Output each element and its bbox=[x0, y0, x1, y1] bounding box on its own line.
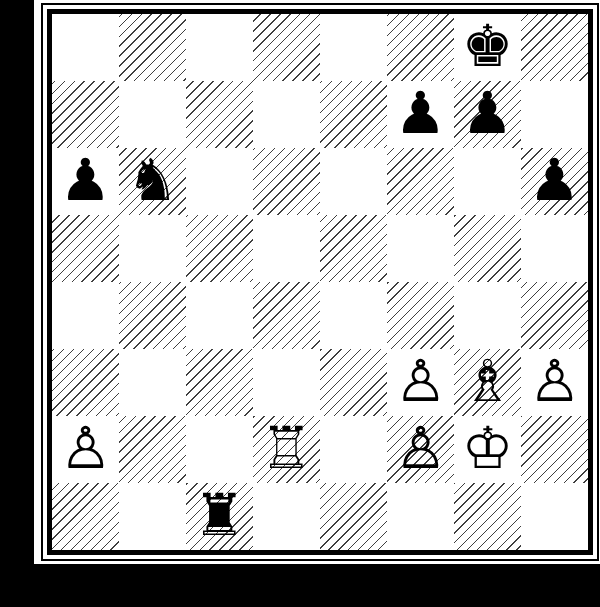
square-c2[interactable] bbox=[186, 416, 253, 483]
chess-board: ♚♟♟♟♞♟♙♗♙♙♖♙♔♜ bbox=[52, 14, 588, 550]
square-d3[interactable] bbox=[253, 349, 320, 416]
piece-white-pawn[interactable]: ♙ bbox=[395, 352, 447, 410]
square-g4[interactable] bbox=[454, 282, 521, 349]
square-c3[interactable] bbox=[186, 349, 253, 416]
square-e4[interactable] bbox=[320, 282, 387, 349]
square-b1[interactable] bbox=[119, 483, 186, 550]
square-d4[interactable] bbox=[253, 282, 320, 349]
piece-white-rook[interactable]: ♖ bbox=[261, 419, 313, 477]
square-c5[interactable] bbox=[186, 215, 253, 282]
square-d2[interactable]: ♖ bbox=[253, 416, 320, 483]
square-a8[interactable] bbox=[52, 14, 119, 81]
piece-black-pawn[interactable]: ♟ bbox=[395, 84, 447, 142]
square-a6[interactable]: ♟ bbox=[52, 148, 119, 215]
square-b6[interactable]: ♞ bbox=[119, 148, 186, 215]
square-b8[interactable] bbox=[119, 14, 186, 81]
square-e8[interactable] bbox=[320, 14, 387, 81]
square-h1[interactable] bbox=[521, 483, 588, 550]
square-f4[interactable] bbox=[387, 282, 454, 349]
square-g2[interactable]: ♔ bbox=[454, 416, 521, 483]
piece-white-pawn[interactable]: ♙ bbox=[60, 419, 112, 477]
square-e6[interactable] bbox=[320, 148, 387, 215]
square-f2[interactable]: ♙ bbox=[387, 416, 454, 483]
square-h5[interactable] bbox=[521, 215, 588, 282]
chess-board-frame: ♚♟♟♟♞♟♙♗♙♙♖♙♔♜ bbox=[41, 3, 599, 561]
square-a3[interactable] bbox=[52, 349, 119, 416]
square-h6[interactable]: ♟ bbox=[521, 148, 588, 215]
square-a4[interactable] bbox=[52, 282, 119, 349]
square-b5[interactable] bbox=[119, 215, 186, 282]
chess-board-border: ♚♟♟♟♞♟♙♗♙♙♖♙♔♜ bbox=[47, 9, 593, 555]
square-g1[interactable] bbox=[454, 483, 521, 550]
square-h7[interactable] bbox=[521, 81, 588, 148]
square-h2[interactable] bbox=[521, 416, 588, 483]
piece-white-king[interactable]: ♔ bbox=[462, 419, 514, 477]
square-b3[interactable] bbox=[119, 349, 186, 416]
square-a1[interactable] bbox=[52, 483, 119, 550]
square-g8[interactable]: ♚ bbox=[454, 14, 521, 81]
square-b4[interactable] bbox=[119, 282, 186, 349]
square-g5[interactable] bbox=[454, 215, 521, 282]
square-g7[interactable]: ♟ bbox=[454, 81, 521, 148]
square-c4[interactable] bbox=[186, 282, 253, 349]
square-b2[interactable] bbox=[119, 416, 186, 483]
square-d1[interactable] bbox=[253, 483, 320, 550]
piece-black-rook[interactable]: ♜ bbox=[194, 486, 246, 544]
square-e1[interactable] bbox=[320, 483, 387, 550]
square-a5[interactable] bbox=[52, 215, 119, 282]
piece-black-pawn[interactable]: ♟ bbox=[60, 151, 112, 209]
square-f5[interactable] bbox=[387, 215, 454, 282]
square-e3[interactable] bbox=[320, 349, 387, 416]
square-g3[interactable]: ♗ bbox=[454, 349, 521, 416]
square-e2[interactable] bbox=[320, 416, 387, 483]
piece-black-king[interactable]: ♚ bbox=[462, 17, 514, 75]
square-c1[interactable]: ♜ bbox=[186, 483, 253, 550]
square-f7[interactable]: ♟ bbox=[387, 81, 454, 148]
square-c8[interactable] bbox=[186, 14, 253, 81]
square-h4[interactable] bbox=[521, 282, 588, 349]
piece-black-pawn[interactable]: ♟ bbox=[462, 84, 514, 142]
square-b7[interactable] bbox=[119, 81, 186, 148]
square-f6[interactable] bbox=[387, 148, 454, 215]
piece-black-pawn[interactable]: ♟ bbox=[529, 151, 581, 209]
square-c6[interactable] bbox=[186, 148, 253, 215]
square-h3[interactable]: ♙ bbox=[521, 349, 588, 416]
square-f1[interactable] bbox=[387, 483, 454, 550]
square-a7[interactable] bbox=[52, 81, 119, 148]
square-d6[interactable] bbox=[253, 148, 320, 215]
piece-black-knight[interactable]: ♞ bbox=[127, 151, 179, 209]
scanned-page: ♚♟♟♟♞♟♙♗♙♙♖♙♔♜ bbox=[34, 0, 600, 564]
square-d7[interactable] bbox=[253, 81, 320, 148]
square-d8[interactable] bbox=[253, 14, 320, 81]
scan-canvas: ♚♟♟♟♞♟♙♗♙♙♖♙♔♜ bbox=[0, 0, 600, 607]
square-e7[interactable] bbox=[320, 81, 387, 148]
piece-white-pawn[interactable]: ♙ bbox=[529, 352, 581, 410]
square-g6[interactable] bbox=[454, 148, 521, 215]
square-c7[interactable] bbox=[186, 81, 253, 148]
piece-white-bishop[interactable]: ♗ bbox=[462, 352, 514, 410]
square-e5[interactable] bbox=[320, 215, 387, 282]
piece-white-pawn[interactable]: ♙ bbox=[395, 419, 447, 477]
square-h8[interactable] bbox=[521, 14, 588, 81]
square-f3[interactable]: ♙ bbox=[387, 349, 454, 416]
square-d5[interactable] bbox=[253, 215, 320, 282]
square-f8[interactable] bbox=[387, 14, 454, 81]
square-a2[interactable]: ♙ bbox=[52, 416, 119, 483]
